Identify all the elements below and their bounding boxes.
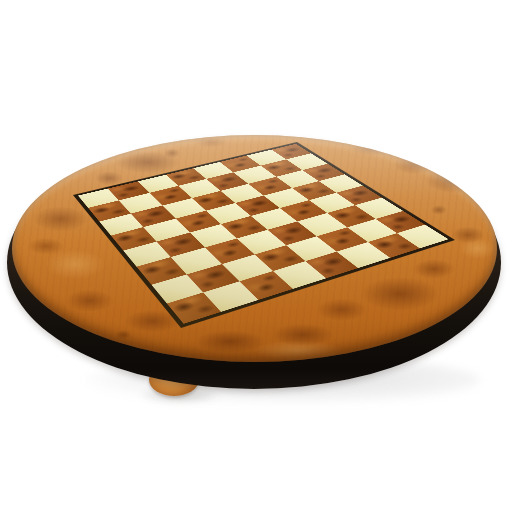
chessboard-photo: [0, 0, 510, 510]
